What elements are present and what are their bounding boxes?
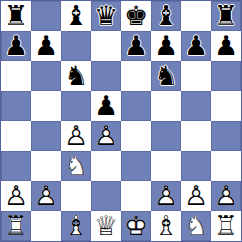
square-g6[interactable] <box>181 61 211 91</box>
square-d3[interactable] <box>91 151 121 181</box>
black-rook[interactable]: ♜ <box>1 1 31 31</box>
square-g3[interactable] <box>181 151 211 181</box>
square-d1[interactable]: ♛♕ <box>91 211 121 241</box>
square-g1[interactable]: ♞♘ <box>181 211 211 241</box>
white-pawn[interactable]: ♟♙ <box>211 181 241 211</box>
white-pawn[interactable]: ♟♙ <box>181 181 211 211</box>
square-b4[interactable] <box>31 121 61 151</box>
black-knight[interactable]: ♞ <box>61 61 91 91</box>
square-d2[interactable] <box>91 181 121 211</box>
white-bishop[interactable]: ♝♗ <box>61 211 91 241</box>
white-pawn[interactable]: ♟♙ <box>91 121 121 151</box>
white-rook[interactable]: ♜♖ <box>211 211 241 241</box>
white-pawn[interactable]: ♟♙ <box>61 121 91 151</box>
square-c5[interactable] <box>61 91 91 121</box>
square-a8[interactable]: ♜ <box>1 1 31 31</box>
square-b3[interactable] <box>31 151 61 181</box>
square-f7[interactable]: ♟ <box>151 31 181 61</box>
square-b6[interactable] <box>31 61 61 91</box>
black-pawn[interactable]: ♟ <box>151 31 181 61</box>
white-rook[interactable]: ♜♖ <box>1 211 31 241</box>
square-d7[interactable] <box>91 31 121 61</box>
black-knight[interactable]: ♞ <box>151 61 181 91</box>
square-f3[interactable] <box>151 151 181 181</box>
white-king[interactable]: ♚♔ <box>121 211 151 241</box>
square-a7[interactable]: ♟ <box>1 31 31 61</box>
black-rook[interactable]: ♜ <box>211 1 241 31</box>
square-b2[interactable]: ♟♙ <box>31 181 61 211</box>
square-b5[interactable] <box>31 91 61 121</box>
square-e3[interactable] <box>121 151 151 181</box>
square-f8[interactable]: ♝ <box>151 1 181 31</box>
square-b8[interactable] <box>31 1 61 31</box>
black-bishop[interactable]: ♝ <box>61 1 91 31</box>
square-d6[interactable] <box>91 61 121 91</box>
square-f1[interactable]: ♝♗ <box>151 211 181 241</box>
white-pawn[interactable]: ♟♙ <box>151 181 181 211</box>
square-a4[interactable] <box>1 121 31 151</box>
square-f4[interactable] <box>151 121 181 151</box>
square-a5[interactable] <box>1 91 31 121</box>
square-f6[interactable]: ♞ <box>151 61 181 91</box>
square-f2[interactable]: ♟♙ <box>151 181 181 211</box>
square-b1[interactable] <box>31 211 61 241</box>
square-c6[interactable]: ♞ <box>61 61 91 91</box>
black-pawn[interactable]: ♟ <box>31 31 61 61</box>
square-c3[interactable]: ♞♘ <box>61 151 91 181</box>
black-pawn[interactable]: ♟ <box>121 31 151 61</box>
square-e8[interactable]: ♚ <box>121 1 151 31</box>
square-e4[interactable] <box>121 121 151 151</box>
square-h6[interactable] <box>211 61 241 91</box>
black-pawn[interactable]: ♟ <box>211 31 241 61</box>
square-h4[interactable] <box>211 121 241 151</box>
square-h5[interactable] <box>211 91 241 121</box>
square-g8[interactable] <box>181 1 211 31</box>
square-d4[interactable]: ♟♙ <box>91 121 121 151</box>
square-e6[interactable] <box>121 61 151 91</box>
square-c1[interactable]: ♝♗ <box>61 211 91 241</box>
square-h2[interactable]: ♟♙ <box>211 181 241 211</box>
black-king[interactable]: ♚ <box>121 1 151 31</box>
black-pawn[interactable]: ♟ <box>1 31 31 61</box>
white-knight[interactable]: ♞♘ <box>61 151 91 181</box>
square-e2[interactable] <box>121 181 151 211</box>
square-c7[interactable] <box>61 31 91 61</box>
square-a1[interactable]: ♜♖ <box>1 211 31 241</box>
white-pawn[interactable]: ♟♙ <box>31 181 61 211</box>
black-queen[interactable]: ♛ <box>91 1 121 31</box>
square-c2[interactable] <box>61 181 91 211</box>
square-h1[interactable]: ♜♖ <box>211 211 241 241</box>
square-g7[interactable]: ♟ <box>181 31 211 61</box>
white-queen[interactable]: ♛♕ <box>91 211 121 241</box>
square-e5[interactable] <box>121 91 151 121</box>
square-a6[interactable] <box>1 61 31 91</box>
square-d5[interactable]: ♟ <box>91 91 121 121</box>
square-c4[interactable]: ♟♙ <box>61 121 91 151</box>
chess-board: ♜♝♛♚♝♜♟♟♟♟♟♟♞♞♟♟♙♟♙♞♘♟♙♟♙♟♙♟♙♟♙♜♖♝♗♛♕♚♔♝… <box>0 0 242 242</box>
square-g4[interactable] <box>181 121 211 151</box>
square-e7[interactable]: ♟ <box>121 31 151 61</box>
square-e1[interactable]: ♚♔ <box>121 211 151 241</box>
square-h7[interactable]: ♟ <box>211 31 241 61</box>
black-pawn[interactable]: ♟ <box>91 91 121 121</box>
square-f5[interactable] <box>151 91 181 121</box>
square-c8[interactable]: ♝ <box>61 1 91 31</box>
white-knight[interactable]: ♞♘ <box>181 211 211 241</box>
white-pawn[interactable]: ♟♙ <box>1 181 31 211</box>
square-g2[interactable]: ♟♙ <box>181 181 211 211</box>
black-pawn[interactable]: ♟ <box>181 31 211 61</box>
square-b7[interactable]: ♟ <box>31 31 61 61</box>
square-a3[interactable] <box>1 151 31 181</box>
square-d8[interactable]: ♛ <box>91 1 121 31</box>
black-bishop[interactable]: ♝ <box>151 1 181 31</box>
square-h8[interactable]: ♜ <box>211 1 241 31</box>
square-a2[interactable]: ♟♙ <box>1 181 31 211</box>
white-bishop[interactable]: ♝♗ <box>151 211 181 241</box>
square-h3[interactable] <box>211 151 241 181</box>
square-g5[interactable] <box>181 91 211 121</box>
